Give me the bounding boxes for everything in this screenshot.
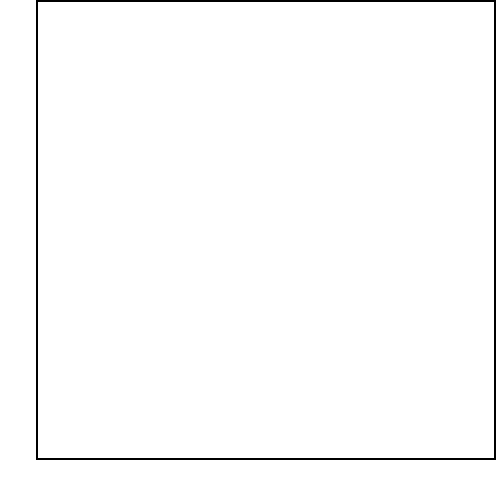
chess-board <box>36 0 496 460</box>
rank-labels <box>0 0 34 460</box>
file-labels <box>38 461 494 500</box>
chess-diagram <box>0 0 500 500</box>
